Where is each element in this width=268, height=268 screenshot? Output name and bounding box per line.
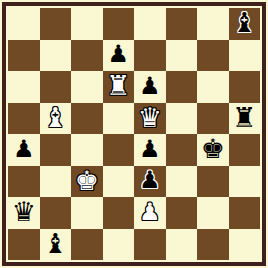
square-f1[interactable] <box>166 229 198 261</box>
square-c3[interactable]: ♚ <box>71 166 103 198</box>
square-f3[interactable] <box>166 166 198 198</box>
piece-black-king[interactable]: ♚ <box>201 135 225 162</box>
piece-black-pawn[interactable]: ♟ <box>139 137 161 161</box>
square-b2[interactable] <box>40 197 72 229</box>
square-a7[interactable] <box>8 40 40 72</box>
square-f5[interactable] <box>166 103 198 135</box>
square-f2[interactable] <box>166 197 198 229</box>
square-h7[interactable] <box>229 40 261 72</box>
piece-white-bishop[interactable]: ♝ <box>43 104 67 131</box>
square-d7[interactable]: ♟ <box>103 40 135 72</box>
square-c1[interactable] <box>71 229 103 261</box>
piece-white-king[interactable]: ♚ <box>75 167 99 194</box>
piece-black-pawn[interactable]: ♟ <box>13 137 35 161</box>
square-a4[interactable]: ♟ <box>8 134 40 166</box>
square-d1[interactable] <box>103 229 135 261</box>
square-g5[interactable] <box>197 103 229 135</box>
square-d6[interactable]: ♜ <box>103 71 135 103</box>
piece-black-pawn[interactable]: ♟ <box>107 42 129 66</box>
piece-white-rook[interactable]: ♜ <box>106 72 130 99</box>
piece-white-queen[interactable]: ♛ <box>138 104 162 131</box>
square-h2[interactable] <box>229 197 261 229</box>
square-g1[interactable] <box>197 229 229 261</box>
square-g3[interactable] <box>197 166 229 198</box>
square-d3[interactable] <box>103 166 135 198</box>
square-b1[interactable]: ♝ <box>40 229 72 261</box>
square-g4[interactable]: ♚ <box>197 134 229 166</box>
square-g2[interactable] <box>197 197 229 229</box>
square-e8[interactable] <box>134 8 166 40</box>
square-e4[interactable]: ♟ <box>134 134 166 166</box>
square-a5[interactable] <box>8 103 40 135</box>
square-a3[interactable] <box>8 166 40 198</box>
square-b5[interactable]: ♝ <box>40 103 72 135</box>
square-e7[interactable] <box>134 40 166 72</box>
square-h4[interactable] <box>229 134 261 166</box>
square-c7[interactable] <box>71 40 103 72</box>
square-g8[interactable] <box>197 8 229 40</box>
square-h1[interactable] <box>229 229 261 261</box>
square-g6[interactable] <box>197 71 229 103</box>
piece-black-queen[interactable]: ♛ <box>12 198 36 225</box>
square-a2[interactable]: ♛ <box>8 197 40 229</box>
piece-black-pawn[interactable]: ♟ <box>139 168 161 192</box>
square-e2[interactable]: ♟ <box>134 197 166 229</box>
square-c5[interactable] <box>71 103 103 135</box>
piece-black-bishop[interactable]: ♝ <box>232 9 256 36</box>
square-e3[interactable]: ♟ <box>134 166 166 198</box>
square-h3[interactable] <box>229 166 261 198</box>
square-f6[interactable] <box>166 71 198 103</box>
square-h6[interactable] <box>229 71 261 103</box>
chess-board: ♝♟♜♟♝♛♜♟♟♚♚♟♛♟♝ <box>8 8 260 260</box>
square-g7[interactable] <box>197 40 229 72</box>
square-f7[interactable] <box>166 40 198 72</box>
square-b4[interactable] <box>40 134 72 166</box>
square-b3[interactable] <box>40 166 72 198</box>
board-outer-margin: ♝♟♜♟♝♛♜♟♟♚♚♟♛♟♝ <box>0 0 268 268</box>
square-d2[interactable] <box>103 197 135 229</box>
square-c8[interactable] <box>71 8 103 40</box>
square-d4[interactable] <box>103 134 135 166</box>
square-a6[interactable] <box>8 71 40 103</box>
square-c2[interactable] <box>71 197 103 229</box>
square-b6[interactable] <box>40 71 72 103</box>
square-f4[interactable] <box>166 134 198 166</box>
square-d8[interactable] <box>103 8 135 40</box>
piece-white-pawn[interactable]: ♟ <box>139 200 161 224</box>
square-f8[interactable] <box>166 8 198 40</box>
square-e1[interactable] <box>134 229 166 261</box>
square-c4[interactable] <box>71 134 103 166</box>
piece-black-rook[interactable]: ♜ <box>232 104 256 131</box>
square-h5[interactable]: ♜ <box>229 103 261 135</box>
square-e6[interactable]: ♟ <box>134 71 166 103</box>
piece-black-bishop[interactable]: ♝ <box>43 230 67 257</box>
square-c6[interactable] <box>71 71 103 103</box>
square-a1[interactable] <box>8 229 40 261</box>
square-e5[interactable]: ♛ <box>134 103 166 135</box>
square-b7[interactable] <box>40 40 72 72</box>
square-b8[interactable] <box>40 8 72 40</box>
square-d5[interactable] <box>103 103 135 135</box>
square-a8[interactable] <box>8 8 40 40</box>
piece-black-pawn[interactable]: ♟ <box>139 74 161 98</box>
square-h8[interactable]: ♝ <box>229 8 261 40</box>
